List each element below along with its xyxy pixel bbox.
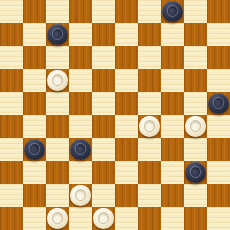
board-square [184,0,207,23]
board-square[interactable] [207,92,230,115]
board-square[interactable] [23,138,46,161]
board-square [207,115,230,138]
board-square[interactable] [69,0,92,23]
board-square[interactable] [138,115,161,138]
board-square [207,207,230,230]
board-square[interactable] [69,138,92,161]
board-square [23,207,46,230]
board-square[interactable] [184,207,207,230]
board-square[interactable] [92,23,115,46]
black-man-piece[interactable] [208,93,229,114]
board-square [161,69,184,92]
board-square [138,46,161,69]
board-square [23,69,46,92]
board-square [184,184,207,207]
board-square[interactable] [46,161,69,184]
board-square [0,138,23,161]
board-square [46,46,69,69]
board-square [161,207,184,230]
draughts-board-window [0,0,230,230]
board-square [23,115,46,138]
board-square [115,69,138,92]
black-man-piece[interactable] [162,1,183,22]
black-man-piece[interactable] [47,24,68,45]
board-square[interactable] [0,69,23,92]
board-square [92,184,115,207]
board-square [23,23,46,46]
board-square [69,207,92,230]
board-square[interactable] [207,46,230,69]
board-square[interactable] [138,207,161,230]
board-square [161,115,184,138]
board-square [69,161,92,184]
board-square[interactable] [0,115,23,138]
board-square[interactable] [138,161,161,184]
board-square [115,207,138,230]
board-square [115,115,138,138]
board-square [46,0,69,23]
board-square [138,184,161,207]
board-square [161,161,184,184]
white-man-piece[interactable] [47,208,68,229]
board-square[interactable] [138,69,161,92]
board-square[interactable] [115,0,138,23]
board-square [161,23,184,46]
black-man-piece[interactable] [185,162,206,183]
white-man-piece[interactable] [93,208,114,229]
board-square[interactable] [92,207,115,230]
board-square[interactable] [115,92,138,115]
board-square[interactable] [138,23,161,46]
board-square[interactable] [161,46,184,69]
board-square [69,115,92,138]
board-square[interactable] [184,115,207,138]
board-square [207,69,230,92]
board-square [69,69,92,92]
black-man-piece[interactable] [24,139,45,160]
board-square[interactable] [161,184,184,207]
black-man-piece[interactable] [70,139,91,160]
board-square[interactable] [115,138,138,161]
board-square[interactable] [23,92,46,115]
board-square[interactable] [207,184,230,207]
board-square [92,138,115,161]
board-square[interactable] [69,46,92,69]
board-square[interactable] [46,69,69,92]
board-square [184,46,207,69]
board-square[interactable] [161,92,184,115]
board-square [0,92,23,115]
white-man-piece[interactable] [70,185,91,206]
board-square [115,161,138,184]
board-square [23,161,46,184]
board-square[interactable] [207,138,230,161]
board-square [0,46,23,69]
board-square [46,92,69,115]
board-square[interactable] [46,23,69,46]
board-square [0,0,23,23]
board-square[interactable] [115,184,138,207]
board-square [184,138,207,161]
board-square[interactable] [161,0,184,23]
board-square[interactable] [184,23,207,46]
board-square [0,184,23,207]
board-square[interactable] [184,69,207,92]
board-square[interactable] [0,161,23,184]
board-square[interactable] [0,23,23,46]
board-square[interactable] [23,46,46,69]
board-square[interactable] [92,115,115,138]
white-man-piece[interactable] [185,116,206,137]
board-square[interactable] [46,115,69,138]
board-square [184,92,207,115]
board-square [46,138,69,161]
board-square [115,23,138,46]
board-square[interactable] [0,207,23,230]
board-square[interactable] [23,0,46,23]
board-square [138,0,161,23]
board-square[interactable] [115,46,138,69]
board-square [46,184,69,207]
board-square[interactable] [207,0,230,23]
board-square[interactable] [69,92,92,115]
board-square [207,23,230,46]
board-square [92,0,115,23]
board-square [69,23,92,46]
board-square[interactable] [23,184,46,207]
board-square[interactable] [69,184,92,207]
board-square [92,46,115,69]
board-square [92,92,115,115]
board-square [138,92,161,115]
board-square [207,161,230,184]
white-man-piece[interactable] [139,116,160,137]
board-square[interactable] [184,161,207,184]
board-square[interactable] [92,161,115,184]
white-man-piece[interactable] [47,70,68,91]
draughts-board [0,0,230,230]
board-square[interactable] [92,69,115,92]
board-square [138,138,161,161]
board-square[interactable] [46,207,69,230]
board-square[interactable] [161,138,184,161]
